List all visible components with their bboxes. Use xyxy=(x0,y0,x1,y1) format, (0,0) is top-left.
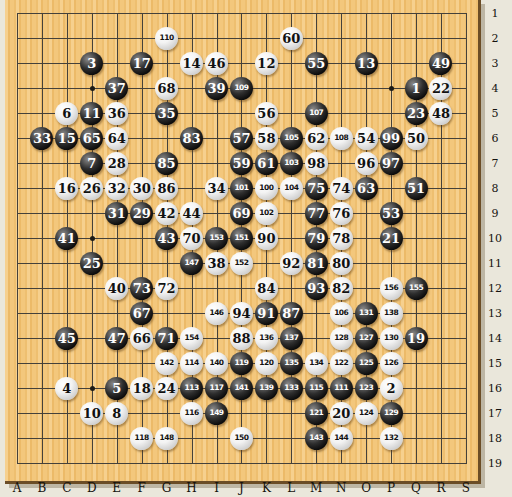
stone-white-128-N14: 128 xyxy=(330,327,353,350)
row-label-5: 5 xyxy=(483,108,507,119)
stone-move-number: 136 xyxy=(259,334,273,342)
stone-white-20-N17: 20 xyxy=(330,402,353,425)
stone-black-119-J15: 119 xyxy=(230,352,253,375)
stone-move-number: 44 xyxy=(183,206,201,219)
stone-black-121-M17: 121 xyxy=(305,402,328,425)
stone-move-number: 4 xyxy=(62,381,71,394)
stone-black-127-O14: 127 xyxy=(355,327,378,350)
stone-white-130-P14: 130 xyxy=(380,327,403,350)
stone-black-37-E4: 37 xyxy=(105,77,128,100)
stone-black-41-C10: 41 xyxy=(55,227,78,250)
stone-white-38-I11: 38 xyxy=(205,252,228,275)
stone-move-number: 16 xyxy=(58,181,76,194)
stone-move-number: 102 xyxy=(259,209,273,217)
row-label-16: 16 xyxy=(483,383,507,394)
stone-move-number: 98 xyxy=(307,156,325,169)
stone-white-70-H10: 70 xyxy=(180,227,203,250)
stone-black-69-J9: 69 xyxy=(230,202,253,225)
stone-move-number: 39 xyxy=(207,81,225,94)
stone-move-number: 67 xyxy=(133,306,151,319)
stone-black-141-J16: 141 xyxy=(230,377,253,400)
stone-move-number: 23 xyxy=(407,106,425,119)
stone-black-29-F9: 29 xyxy=(130,202,153,225)
stone-white-42-G9: 42 xyxy=(155,202,178,225)
star-point xyxy=(90,86,95,91)
stone-move-number: 135 xyxy=(284,359,298,367)
col-label-H: H xyxy=(181,482,202,494)
stone-white-78-N10: 78 xyxy=(330,227,353,250)
stone-move-number: 69 xyxy=(232,206,250,219)
stone-move-number: 128 xyxy=(334,334,348,342)
stone-move-number: 143 xyxy=(309,434,323,442)
stone-move-number: 100 xyxy=(259,184,273,192)
stone-white-60-L2: 60 xyxy=(280,27,303,50)
stone-move-number: 94 xyxy=(232,306,250,319)
stone-white-86-G8: 86 xyxy=(155,177,178,200)
stone-black-75-M8: 75 xyxy=(305,177,328,200)
stone-move-number: 6 xyxy=(62,106,71,119)
stone-black-5-E16: 5 xyxy=(105,377,128,400)
stone-white-124-O17: 124 xyxy=(355,402,378,425)
stone-move-number: 42 xyxy=(158,206,176,219)
stone-move-number: 35 xyxy=(158,106,176,119)
stone-black-67-F13: 67 xyxy=(130,302,153,325)
stone-move-number: 96 xyxy=(357,156,375,169)
stone-black-143-M18: 143 xyxy=(305,427,328,450)
stone-black-77-M9: 77 xyxy=(305,202,328,225)
stone-move-number: 25 xyxy=(83,256,101,269)
stone-white-6-C5: 6 xyxy=(55,102,78,125)
stone-white-54-O6: 54 xyxy=(355,127,378,150)
stone-move-number: 28 xyxy=(108,156,126,169)
row-label-17: 17 xyxy=(483,408,507,419)
stone-black-49-R3: 49 xyxy=(429,52,452,75)
stone-black-23-Q5: 23 xyxy=(405,102,428,125)
stone-move-number: 15 xyxy=(58,131,76,144)
stone-move-number: 18 xyxy=(133,381,151,394)
stone-white-26-D8: 26 xyxy=(80,177,103,200)
stone-black-147-H11: 147 xyxy=(180,252,203,275)
grid-line-vertical xyxy=(17,13,18,464)
stone-move-number: 124 xyxy=(359,409,373,417)
stone-move-number: 125 xyxy=(359,359,373,367)
stone-black-103-L7: 103 xyxy=(280,152,303,175)
stone-move-number: 90 xyxy=(257,231,275,244)
stone-black-1-Q4: 1 xyxy=(405,77,428,100)
stone-move-number: 81 xyxy=(307,256,325,269)
stone-move-number: 111 xyxy=(334,384,348,392)
stone-move-number: 53 xyxy=(382,206,400,219)
stone-move-number: 101 xyxy=(234,184,248,192)
stone-white-10-D17: 10 xyxy=(80,402,103,425)
stone-white-34-I8: 34 xyxy=(205,177,228,200)
stone-black-117-I16: 117 xyxy=(205,377,228,400)
stone-move-number: 5 xyxy=(112,381,121,394)
col-label-J: J xyxy=(231,482,252,494)
stone-white-68-G4: 68 xyxy=(155,77,178,100)
stone-move-number: 58 xyxy=(257,131,275,144)
stone-white-24-G16: 24 xyxy=(155,377,178,400)
stone-white-76-N9: 76 xyxy=(330,202,353,225)
stone-white-48-R5: 48 xyxy=(429,102,452,125)
stone-move-number: 84 xyxy=(257,281,275,294)
stone-move-number: 17 xyxy=(133,56,151,69)
stone-black-153-I10: 153 xyxy=(205,227,228,250)
row-label-10: 10 xyxy=(483,233,507,244)
stone-white-140-I15: 140 xyxy=(205,352,228,375)
col-label-K: K xyxy=(256,482,277,494)
stone-move-number: 110 xyxy=(160,34,174,42)
stone-white-138-P13: 138 xyxy=(380,302,403,325)
col-label-C: C xyxy=(56,482,77,494)
go-board[interactable]: 1106031714461255134937683910912261136355… xyxy=(5,0,481,484)
stone-move-number: 83 xyxy=(183,131,201,144)
stone-move-number: 13 xyxy=(357,56,375,69)
stone-white-142-G15: 142 xyxy=(155,352,178,375)
stone-white-132-P18: 132 xyxy=(380,427,403,450)
stone-black-35-G5: 35 xyxy=(155,102,178,125)
stone-move-number: 14 xyxy=(183,56,201,69)
stone-move-number: 40 xyxy=(108,281,126,294)
stone-black-105-L6: 105 xyxy=(280,127,303,150)
stone-black-57-J6: 57 xyxy=(230,127,253,150)
stone-move-number: 26 xyxy=(83,181,101,194)
stone-white-148-G18: 148 xyxy=(155,427,178,450)
stone-move-number: 72 xyxy=(158,281,176,294)
stone-black-123-O16: 123 xyxy=(355,377,378,400)
row-label-13: 13 xyxy=(483,308,507,319)
stone-move-number: 77 xyxy=(307,206,325,219)
stone-black-3-D3: 3 xyxy=(80,52,103,75)
stone-white-74-N8: 74 xyxy=(330,177,353,200)
stone-white-94-J13: 94 xyxy=(230,302,253,325)
stone-move-number: 31 xyxy=(108,206,126,219)
stone-white-154-H14: 154 xyxy=(180,327,203,350)
stone-black-21-P10: 21 xyxy=(380,227,403,250)
stone-move-number: 10 xyxy=(83,406,101,419)
stone-move-number: 32 xyxy=(108,181,126,194)
row-label-14: 14 xyxy=(483,333,507,344)
stone-black-91-K13: 91 xyxy=(255,302,278,325)
stone-black-53-P9: 53 xyxy=(380,202,403,225)
stone-black-109-J4: 109 xyxy=(230,77,253,100)
stone-move-number: 108 xyxy=(334,134,348,142)
stone-move-number: 55 xyxy=(307,56,325,69)
stone-black-47-E14: 47 xyxy=(105,327,128,350)
stone-move-number: 86 xyxy=(158,181,176,194)
stone-white-30-F8: 30 xyxy=(130,177,153,200)
stone-white-120-K15: 120 xyxy=(255,352,278,375)
stone-move-number: 113 xyxy=(185,384,199,392)
stone-move-number: 57 xyxy=(232,131,250,144)
row-label-18: 18 xyxy=(483,433,507,444)
stone-move-number: 146 xyxy=(209,309,223,317)
stone-white-118-F18: 118 xyxy=(130,427,153,450)
stone-black-11-D5: 11 xyxy=(80,102,103,125)
col-label-L: L xyxy=(281,482,302,494)
stone-white-2-P16: 2 xyxy=(380,377,403,400)
stone-white-28-E7: 28 xyxy=(105,152,128,175)
stone-white-152-J11: 152 xyxy=(230,252,253,275)
stone-white-64-E6: 64 xyxy=(105,127,128,150)
col-label-Q: Q xyxy=(406,482,427,494)
stone-black-83-H6: 83 xyxy=(180,127,203,150)
stone-black-55-M3: 55 xyxy=(305,52,328,75)
stone-black-31-E9: 31 xyxy=(105,202,128,225)
stone-white-126-P15: 126 xyxy=(380,352,403,375)
stone-move-number: 1 xyxy=(412,81,421,94)
stone-black-135-L15: 135 xyxy=(280,352,303,375)
stone-move-number: 45 xyxy=(58,331,76,344)
stone-white-100-K8: 100 xyxy=(255,177,278,200)
stone-black-51-Q8: 51 xyxy=(405,177,428,200)
col-label-N: N xyxy=(331,482,352,494)
stone-move-number: 19 xyxy=(407,331,425,344)
stone-move-number: 11 xyxy=(83,106,101,119)
stone-black-19-Q14: 19 xyxy=(405,327,428,350)
col-label-F: F xyxy=(131,482,152,494)
stone-move-number: 64 xyxy=(108,131,126,144)
stone-black-125-O15: 125 xyxy=(355,352,378,375)
stone-move-number: 149 xyxy=(209,409,223,417)
stone-move-number: 41 xyxy=(58,231,76,244)
row-label-7: 7 xyxy=(483,158,507,169)
stone-move-number: 47 xyxy=(108,331,126,344)
col-label-S: S xyxy=(455,482,476,494)
col-label-O: O xyxy=(356,482,377,494)
stone-move-number: 56 xyxy=(257,106,275,119)
stone-white-150-J18: 150 xyxy=(230,427,253,450)
stone-black-151-J10: 151 xyxy=(230,227,253,250)
stone-black-65-D6: 65 xyxy=(80,127,103,150)
stone-white-108-N6: 108 xyxy=(330,127,353,150)
stone-white-134-M15: 134 xyxy=(305,352,328,375)
stone-black-61-K7: 61 xyxy=(255,152,278,175)
stone-white-22-R4: 22 xyxy=(429,77,452,100)
stone-white-98-M7: 98 xyxy=(305,152,328,175)
stone-white-44-H9: 44 xyxy=(180,202,203,225)
stone-white-8-E17: 8 xyxy=(105,402,128,425)
stone-black-115-M16: 115 xyxy=(305,377,328,400)
stone-black-59-J7: 59 xyxy=(230,152,253,175)
stone-black-71-G14: 71 xyxy=(155,327,178,350)
stone-move-number: 80 xyxy=(332,256,350,269)
stone-move-number: 122 xyxy=(334,359,348,367)
stone-white-136-K14: 136 xyxy=(255,327,278,350)
stone-move-number: 78 xyxy=(332,231,350,244)
stone-black-17-F3: 17 xyxy=(130,52,153,75)
stone-move-number: 148 xyxy=(160,434,174,442)
stone-move-number: 21 xyxy=(382,231,400,244)
stone-white-92-L11: 92 xyxy=(280,252,303,275)
stone-move-number: 38 xyxy=(207,256,225,269)
stone-move-number: 105 xyxy=(284,134,298,142)
stone-black-81-M11: 81 xyxy=(305,252,328,275)
stone-move-number: 151 xyxy=(234,234,248,242)
stone-move-number: 68 xyxy=(158,81,176,94)
stone-move-number: 34 xyxy=(207,181,225,194)
stone-white-110-G2: 110 xyxy=(155,27,178,50)
stone-move-number: 60 xyxy=(282,31,300,44)
stone-black-113-H16: 113 xyxy=(180,377,203,400)
stone-move-number: 142 xyxy=(160,359,174,367)
stone-black-137-L14: 137 xyxy=(280,327,303,350)
stone-move-number: 74 xyxy=(332,181,350,194)
stone-white-58-K6: 58 xyxy=(255,127,278,150)
go-game-diagram: 1106031714461255134937683910912261136355… xyxy=(0,0,512,497)
stone-move-number: 138 xyxy=(384,309,398,317)
stone-white-50-Q6: 50 xyxy=(405,127,428,150)
stone-black-25-D11: 25 xyxy=(80,252,103,275)
stone-move-number: 46 xyxy=(207,56,225,69)
stone-white-146-I13: 146 xyxy=(205,302,228,325)
stone-white-102-K9: 102 xyxy=(255,202,278,225)
stone-move-number: 43 xyxy=(158,231,176,244)
stone-black-43-G10: 43 xyxy=(155,227,178,250)
stone-move-number: 87 xyxy=(282,306,300,319)
stone-move-number: 92 xyxy=(282,256,300,269)
stone-move-number: 65 xyxy=(83,131,101,144)
stone-black-111-N16: 111 xyxy=(330,377,353,400)
stone-move-number: 134 xyxy=(309,359,323,367)
stone-white-32-E8: 32 xyxy=(105,177,128,200)
stone-move-number: 12 xyxy=(257,56,275,69)
stone-move-number: 119 xyxy=(234,359,248,367)
stone-move-number: 133 xyxy=(284,384,298,392)
stone-move-number: 36 xyxy=(108,106,126,119)
stone-move-number: 107 xyxy=(309,109,323,117)
col-label-D: D xyxy=(81,482,102,494)
stone-move-number: 117 xyxy=(209,384,223,392)
stone-move-number: 106 xyxy=(334,309,348,317)
stone-white-88-J14: 88 xyxy=(230,327,253,350)
stone-black-63-O8: 63 xyxy=(355,177,378,200)
stone-move-number: 70 xyxy=(183,231,201,244)
stone-white-12-K3: 12 xyxy=(255,52,278,75)
stone-move-number: 79 xyxy=(307,231,325,244)
stone-black-99-P6: 99 xyxy=(380,127,403,150)
row-label-15: 15 xyxy=(483,358,507,369)
stone-move-number: 49 xyxy=(432,56,450,69)
row-label-8: 8 xyxy=(483,183,507,194)
stone-move-number: 131 xyxy=(359,309,373,317)
stone-move-number: 130 xyxy=(384,334,398,342)
stone-black-7-D7: 7 xyxy=(80,152,103,175)
stone-move-number: 103 xyxy=(284,159,298,167)
stone-white-116-H17: 116 xyxy=(180,402,203,425)
stone-move-number: 116 xyxy=(185,409,199,417)
stone-move-number: 29 xyxy=(133,206,151,219)
grid-line-vertical xyxy=(42,13,43,464)
col-label-I: I xyxy=(206,482,227,494)
stone-white-62-M6: 62 xyxy=(305,127,328,150)
stone-move-number: 76 xyxy=(332,206,350,219)
stone-move-number: 153 xyxy=(209,234,223,242)
stone-white-46-I3: 46 xyxy=(205,52,228,75)
stone-move-number: 147 xyxy=(185,259,199,267)
row-label-9: 9 xyxy=(483,208,507,219)
stone-white-14-H3: 14 xyxy=(180,52,203,75)
stone-move-number: 82 xyxy=(332,281,350,294)
stone-move-number: 54 xyxy=(357,131,375,144)
stone-move-number: 22 xyxy=(432,81,450,94)
stone-black-101-J8: 101 xyxy=(230,177,253,200)
stone-move-number: 139 xyxy=(259,384,273,392)
stone-move-number: 85 xyxy=(158,156,176,169)
star-point xyxy=(90,386,95,391)
stone-black-33-B6: 33 xyxy=(30,127,53,150)
stone-move-number: 51 xyxy=(407,181,425,194)
stone-black-73-F12: 73 xyxy=(130,277,153,300)
stone-black-107-M5: 107 xyxy=(305,102,328,125)
stone-move-number: 91 xyxy=(257,306,275,319)
stone-move-number: 121 xyxy=(309,409,323,417)
stone-move-number: 155 xyxy=(409,284,423,292)
stone-move-number: 50 xyxy=(407,131,425,144)
stone-move-number: 137 xyxy=(284,334,298,342)
grid-line-vertical xyxy=(466,13,467,464)
stone-move-number: 3 xyxy=(87,56,96,69)
stone-move-number: 33 xyxy=(33,131,51,144)
stone-move-number: 37 xyxy=(108,81,126,94)
stone-white-106-N13: 106 xyxy=(330,302,353,325)
col-label-P: P xyxy=(381,482,402,494)
stone-move-number: 59 xyxy=(232,156,250,169)
stone-white-4-C16: 4 xyxy=(55,377,78,400)
col-label-E: E xyxy=(106,482,127,494)
stone-move-number: 75 xyxy=(307,181,325,194)
stone-move-number: 132 xyxy=(384,434,398,442)
row-label-19: 19 xyxy=(483,458,507,469)
stone-move-number: 97 xyxy=(382,156,400,169)
stone-move-number: 150 xyxy=(234,434,248,442)
stone-white-66-F14: 66 xyxy=(130,327,153,350)
stone-white-16-C8: 16 xyxy=(55,177,78,200)
stone-black-45-C14: 45 xyxy=(55,327,78,350)
stone-black-13-O3: 13 xyxy=(355,52,378,75)
stone-move-number: 62 xyxy=(307,131,325,144)
stone-move-number: 104 xyxy=(284,184,298,192)
stone-white-156-P12: 156 xyxy=(380,277,403,300)
stone-move-number: 8 xyxy=(112,406,121,419)
stone-white-18-F16: 18 xyxy=(130,377,153,400)
col-label-B: B xyxy=(31,482,52,494)
stone-move-number: 109 xyxy=(234,84,248,92)
col-label-M: M xyxy=(306,482,327,494)
stone-move-number: 127 xyxy=(359,334,373,342)
stone-move-number: 88 xyxy=(232,331,250,344)
stone-move-number: 120 xyxy=(259,359,273,367)
stone-move-number: 48 xyxy=(432,106,450,119)
stone-white-40-E12: 40 xyxy=(105,277,128,300)
star-point xyxy=(90,236,95,241)
stone-black-79-M10: 79 xyxy=(305,227,328,250)
row-label-3: 3 xyxy=(483,58,507,69)
stone-white-122-N15: 122 xyxy=(330,352,353,375)
stone-black-87-L13: 87 xyxy=(280,302,303,325)
stone-black-93-M12: 93 xyxy=(305,277,328,300)
stone-white-72-G12: 72 xyxy=(155,277,178,300)
stone-white-144-N18: 144 xyxy=(330,427,353,450)
row-label-11: 11 xyxy=(483,258,507,269)
stone-move-number: 73 xyxy=(133,281,151,294)
stone-white-80-N11: 80 xyxy=(330,252,353,275)
stone-black-97-P7: 97 xyxy=(380,152,403,175)
stone-move-number: 152 xyxy=(234,259,248,267)
stone-move-number: 99 xyxy=(382,131,400,144)
stone-white-56-K5: 56 xyxy=(255,102,278,125)
stone-move-number: 63 xyxy=(357,181,375,194)
